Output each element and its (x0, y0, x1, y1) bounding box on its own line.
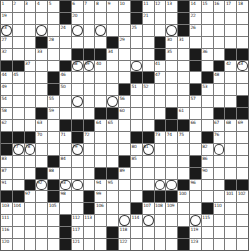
cell-r13c12[interactable]: 80 (131, 144, 142, 155)
cell-r13c16[interactable] (178, 144, 189, 155)
cell-r7c6[interactable]: 46 (60, 72, 71, 83)
cell-r5c15[interactable]: 35 (166, 49, 177, 60)
cell-r11c21[interactable]: 69 (237, 120, 248, 131)
cell-r20c1[interactable]: 116 (1, 227, 12, 238)
cell-r4c7[interactable] (72, 37, 83, 48)
cell-r21c11[interactable]: 122 (119, 239, 130, 250)
cell-r4c18[interactable] (202, 37, 213, 48)
cell-r10c3[interactable] (25, 108, 36, 119)
cell-r10c7[interactable] (72, 108, 83, 119)
cell-r15c20[interactable] (225, 168, 236, 179)
cell-r12c4[interactable]: 70 (36, 132, 47, 143)
cell-r2c10[interactable] (107, 13, 118, 24)
cell-r3c6[interactable]: 24 (60, 25, 71, 36)
cell-r4c5[interactable]: 28 (48, 37, 59, 48)
cell-r8c10[interactable] (107, 84, 118, 95)
cell-r20c8[interactable] (84, 227, 95, 238)
cell-r12c17[interactable] (190, 132, 201, 143)
cell-r9c19[interactable] (214, 96, 225, 107)
cell-r8c12[interactable]: 51 (131, 84, 142, 95)
cell-r13c6[interactable] (60, 144, 71, 155)
cell-r2c13[interactable]: 21 (143, 13, 154, 24)
cell-r5c11[interactable] (119, 49, 130, 60)
cell-r20c4[interactable] (36, 227, 47, 238)
cell-r2c9[interactable] (95, 13, 106, 24)
cell-r3c17[interactable]: 26 (190, 25, 201, 36)
cell-r11c3[interactable] (25, 120, 36, 131)
cell-r12c10[interactable] (107, 132, 118, 143)
cell-r16c8[interactable] (84, 180, 95, 191)
cell-r21c19[interactable] (214, 239, 225, 250)
cell-r15c12[interactable] (131, 168, 142, 179)
cell-r13c18[interactable]: 82 (202, 144, 213, 155)
cell-r9c9[interactable] (95, 96, 106, 107)
cell-r3c3[interactable] (25, 25, 36, 36)
cell-r15c2[interactable] (13, 168, 24, 179)
cell-r16c4[interactable]: 92 (36, 180, 47, 191)
cell-r19c14[interactable] (155, 215, 166, 226)
cell-r9c6[interactable] (60, 96, 71, 107)
cell-r8c2[interactable] (13, 84, 24, 95)
cell-r10c12[interactable] (131, 108, 142, 119)
cell-r15c14[interactable] (155, 168, 166, 179)
cell-r12c5[interactable] (48, 132, 59, 143)
cell-r12c20[interactable] (225, 132, 236, 143)
cell-r6c12[interactable] (131, 61, 142, 72)
cell-r13c11[interactable] (119, 144, 130, 155)
cell-r1c8[interactable]: 7 (84, 1, 95, 12)
cell-r13c17[interactable] (190, 144, 201, 155)
cell-r18c13[interactable]: 107 (143, 203, 154, 214)
cell-r10c17[interactable] (190, 108, 201, 119)
cell-r4c19[interactable] (214, 37, 225, 48)
cell-r20c18[interactable] (202, 227, 213, 238)
cell-r2c5[interactable] (48, 13, 59, 24)
cell-r11c20[interactable]: 68 (225, 120, 236, 131)
cell-r3c21[interactable] (237, 25, 248, 36)
cell-r20c15[interactable] (166, 227, 177, 238)
cell-r15c19[interactable] (214, 168, 225, 179)
cell-r7c8[interactable] (84, 72, 95, 83)
cell-r4c9[interactable] (95, 37, 106, 48)
cell-r14c13[interactable] (143, 156, 154, 167)
cell-r14c12[interactable]: 85 (131, 156, 142, 167)
cell-r16c17[interactable]: 96 (190, 180, 201, 191)
cell-r18c10[interactable] (107, 203, 118, 214)
cell-r10c14[interactable] (155, 108, 166, 119)
cell-r9c7[interactable] (72, 96, 83, 107)
cell-r12c19[interactable]: 76 (214, 132, 225, 143)
cell-r19c13[interactable] (143, 215, 154, 226)
cell-r4c13[interactable] (143, 37, 154, 48)
cell-r8c4[interactable] (36, 84, 47, 95)
cell-r17c7[interactable] (72, 191, 83, 202)
cell-r7c15[interactable] (166, 72, 177, 83)
cell-r6c9[interactable]: 40 (95, 61, 106, 72)
cell-r20c5[interactable] (48, 227, 59, 238)
cell-r2c14[interactable] (155, 13, 166, 24)
cell-r8c7[interactable] (72, 84, 83, 95)
cell-r3c1[interactable]: 23 (1, 25, 12, 36)
cell-r11c11[interactable] (119, 120, 130, 131)
cell-r3c14[interactable] (155, 25, 166, 36)
cell-r4c20[interactable] (225, 37, 236, 48)
cell-r6c20[interactable]: 42 (225, 61, 236, 72)
cell-r1c2[interactable]: 2 (13, 1, 24, 12)
cell-r1c11[interactable]: 10 (119, 1, 130, 12)
cell-r3c12[interactable]: 25 (131, 25, 142, 36)
cell-r9c15[interactable] (166, 96, 177, 107)
cell-r1c9[interactable]: 8 (95, 1, 106, 12)
cell-r2c19[interactable] (214, 13, 225, 24)
cell-r8c6[interactable]: 50 (60, 84, 71, 95)
cell-r5c13[interactable] (143, 49, 154, 60)
cell-r18c1[interactable]: 103 (1, 203, 12, 214)
cell-r3c19[interactable] (214, 25, 225, 36)
cell-r13c4[interactable] (36, 144, 47, 155)
cell-r19c12[interactable]: 114 (131, 215, 142, 226)
cell-r14c19[interactable] (214, 156, 225, 167)
cell-r5c18[interactable]: 36 (202, 49, 213, 60)
cell-r9c14[interactable] (155, 96, 166, 107)
cell-r6c15[interactable] (166, 61, 177, 72)
cell-r11c9[interactable]: 64 (95, 120, 106, 131)
cell-r21c4[interactable] (36, 239, 47, 250)
cell-r12c15[interactable]: 74 (166, 132, 177, 143)
cell-r21c17[interactable]: 123 (190, 239, 201, 250)
cell-r17c10[interactable] (107, 191, 118, 202)
cell-r21c13[interactable] (143, 239, 154, 250)
cell-r14c15[interactable] (166, 156, 177, 167)
cell-r6c3[interactable]: 37 (25, 61, 36, 72)
cell-r15c8[interactable] (84, 168, 95, 179)
cell-r15c15[interactable] (166, 168, 177, 179)
cell-r8c3[interactable] (25, 84, 36, 95)
cell-r2c15[interactable] (166, 13, 177, 24)
cell-r13c7[interactable]: 79 (72, 144, 83, 155)
cell-r8c9[interactable] (95, 84, 106, 95)
cell-r19c11[interactable] (119, 215, 130, 226)
cell-r18c20[interactable] (225, 203, 236, 214)
cell-r4c15[interactable]: 30 (166, 37, 177, 48)
cell-r21c20[interactable] (225, 239, 236, 250)
cell-r20c3[interactable] (25, 227, 36, 238)
cell-r19c17[interactable] (190, 215, 201, 226)
cell-r7c2[interactable]: 45 (13, 72, 24, 83)
cell-r19c5[interactable] (48, 215, 59, 226)
cell-r16c13[interactable] (143, 180, 154, 191)
cell-r19c15[interactable] (166, 215, 177, 226)
cell-r1c17[interactable]: 14 (190, 1, 201, 12)
cell-r13c2[interactable]: 77 (13, 144, 24, 155)
cell-r11c2[interactable] (13, 120, 24, 131)
cell-r4c11[interactable]: 29 (119, 37, 130, 48)
cell-r19c7[interactable]: 112 (72, 215, 83, 226)
cell-r9c16[interactable] (178, 96, 189, 107)
cell-r9c8[interactable] (84, 96, 95, 107)
cell-r13c3[interactable]: 78 (25, 144, 36, 155)
cell-r9c5[interactable]: 55 (48, 96, 59, 107)
cell-r7c1[interactable]: 44 (1, 72, 12, 83)
cell-r3c9[interactable] (95, 25, 106, 36)
cell-r17c3[interactable]: 97 (25, 191, 36, 202)
cell-r7c20[interactable] (225, 72, 236, 83)
cell-r8c16[interactable] (178, 84, 189, 95)
cell-r9c4[interactable] (36, 96, 47, 107)
cell-r15c6[interactable] (60, 168, 71, 179)
cell-r20c14[interactable] (155, 227, 166, 238)
cell-r3c8[interactable] (84, 25, 95, 36)
cell-r18c6[interactable] (60, 203, 71, 214)
cell-r21c3[interactable] (25, 239, 36, 250)
cell-r11c4[interactable]: 63 (36, 120, 47, 131)
cell-r4c17[interactable] (190, 37, 201, 48)
cell-r3c15[interactable] (166, 25, 177, 36)
cell-r3c2[interactable] (13, 25, 24, 36)
cell-r17c19[interactable] (214, 191, 225, 202)
cell-r20c7[interactable]: 117 (72, 227, 83, 238)
cell-r14c3[interactable] (25, 156, 36, 167)
cell-r18c5[interactable]: 105 (48, 203, 59, 214)
cell-r4c8[interactable] (84, 37, 95, 48)
cell-r21c2[interactable] (13, 239, 24, 250)
cell-r9c12[interactable] (131, 96, 142, 107)
cell-r2c7[interactable]: 20 (72, 13, 83, 24)
cell-r5c1[interactable]: 32 (1, 49, 12, 60)
cell-r6c13[interactable] (143, 61, 154, 72)
cell-r6c8[interactable]: 39 (84, 61, 95, 72)
cell-r7c14[interactable]: 47 (155, 72, 166, 83)
cell-r8c18[interactable]: 53 (202, 84, 213, 95)
cell-r20c20[interactable] (225, 227, 236, 238)
cell-r1c7[interactable]: 6 (72, 1, 83, 12)
cell-r1c20[interactable]: 17 (225, 1, 236, 12)
cell-r15c11[interactable]: 89 (119, 168, 130, 179)
cell-r7c9[interactable] (95, 72, 106, 83)
cell-r4c3[interactable] (25, 37, 36, 48)
cell-r10c1[interactable]: 58 (1, 108, 12, 119)
cell-r2c11[interactable] (119, 13, 130, 24)
cell-r14c4[interactable] (36, 156, 47, 167)
cell-r16c7[interactable] (72, 180, 83, 191)
cell-r18c9[interactable]: 106 (95, 203, 106, 214)
cell-r19c9[interactable] (95, 215, 106, 226)
cell-r6c11[interactable] (119, 61, 130, 72)
cell-r20c13[interactable] (143, 227, 154, 238)
cell-r10c2[interactable] (13, 108, 24, 119)
cell-r16c6[interactable]: 93 (60, 180, 71, 191)
cell-r21c15[interactable] (166, 239, 177, 250)
cell-r12c8[interactable]: 72 (84, 132, 95, 143)
cell-r13c15[interactable] (166, 144, 177, 155)
cell-r14c1[interactable]: 83 (1, 156, 12, 167)
cell-r15c13[interactable] (143, 168, 154, 179)
cell-r14c18[interactable]: 86 (202, 156, 213, 167)
cell-r12c6[interactable]: 71 (60, 132, 71, 143)
cell-r9c3[interactable] (25, 96, 36, 107)
cell-r15c16[interactable] (178, 168, 189, 179)
cell-r17c12[interactable] (131, 191, 142, 202)
cell-r18c15[interactable]: 109 (166, 203, 177, 214)
cell-r2c3[interactable] (25, 13, 36, 24)
cell-r13c13[interactable]: 81 (143, 144, 154, 155)
cell-r9c20[interactable] (225, 96, 236, 107)
cell-r11c1[interactable]: 62 (1, 120, 12, 131)
cell-r16c10[interactable]: 95 (107, 180, 118, 191)
cell-r7c11[interactable] (119, 72, 130, 83)
cell-r14c10[interactable] (107, 156, 118, 167)
cell-r14c7[interactable] (72, 156, 83, 167)
cell-r13c19[interactable] (214, 144, 225, 155)
cell-r8c19[interactable] (214, 84, 225, 95)
cell-r5c10[interactable]: 34 (107, 49, 118, 60)
cell-r16c19[interactable] (214, 180, 225, 191)
cell-r6c7[interactable]: 38 (72, 61, 83, 72)
cell-r3c7[interactable] (72, 25, 83, 36)
cell-r20c12[interactable] (131, 227, 142, 238)
cell-r14c16[interactable] (178, 156, 189, 167)
cell-r11c19[interactable]: 67 (214, 120, 225, 131)
cell-r13c9[interactable] (95, 144, 106, 155)
cell-r12c21[interactable] (237, 132, 248, 143)
cell-r20c9[interactable] (95, 227, 106, 238)
cell-r15c7[interactable] (72, 168, 83, 179)
cell-r15c5[interactable]: 88 (48, 168, 59, 179)
cell-r16c2[interactable] (13, 180, 24, 191)
cell-r2c20[interactable] (225, 13, 236, 24)
cell-r14c9[interactable] (95, 156, 106, 167)
cell-r14c8[interactable] (84, 156, 95, 167)
cell-r18c3[interactable] (25, 203, 36, 214)
cell-r21c14[interactable] (155, 239, 166, 250)
cell-r8c21[interactable] (237, 84, 248, 95)
cell-r16c1[interactable]: 91 (1, 180, 12, 191)
cell-r14c21[interactable] (237, 156, 248, 167)
cell-r16c15[interactable] (166, 180, 177, 191)
cell-r20c21[interactable] (237, 227, 248, 238)
cell-r1c5[interactable]: 5 (48, 1, 59, 12)
cell-r1c19[interactable]: 16 (214, 1, 225, 12)
cell-r21c12[interactable] (131, 239, 142, 250)
cell-r3c4[interactable] (36, 25, 47, 36)
cell-r13c20[interactable] (225, 144, 236, 155)
cell-r4c16[interactable]: 31 (178, 37, 189, 48)
cell-r4c2[interactable] (13, 37, 24, 48)
cell-r2c1[interactable]: 19 (1, 13, 12, 24)
cell-r2c8[interactable] (84, 13, 95, 24)
cell-r11c10[interactable]: 65 (107, 120, 118, 131)
cell-r4c6[interactable] (60, 37, 71, 48)
cell-r7c3[interactable] (25, 72, 36, 83)
cell-r14c6[interactable]: 84 (60, 156, 71, 167)
cell-r1c4[interactable]: 4 (36, 1, 47, 12)
cell-r12c11[interactable] (119, 132, 130, 143)
cell-r21c5[interactable] (48, 239, 59, 250)
cell-r6c4[interactable] (36, 61, 47, 72)
cell-r11c5[interactable] (48, 120, 59, 131)
cell-r10c6[interactable] (60, 108, 71, 119)
cell-r19c10[interactable] (107, 215, 118, 226)
cell-r2c21[interactable] (237, 13, 248, 24)
cell-r15c21[interactable] (237, 168, 248, 179)
cell-r1c10[interactable]: 9 (107, 1, 118, 12)
cell-r9c17[interactable]: 57 (190, 96, 201, 107)
cell-r20c2[interactable] (13, 227, 24, 238)
cell-r7c4[interactable] (36, 72, 47, 83)
cell-r16c18[interactable] (202, 180, 213, 191)
cell-r10c11[interactable]: 60 (119, 108, 130, 119)
cell-r13c14[interactable] (155, 144, 166, 155)
cell-r18c2[interactable]: 104 (13, 203, 24, 214)
cell-r2c17[interactable]: 22 (190, 13, 201, 24)
cell-r13c5[interactable] (48, 144, 59, 155)
cell-r19c2[interactable] (13, 215, 24, 226)
cell-r6c10[interactable] (107, 61, 118, 72)
cell-r18c17[interactable] (190, 203, 201, 214)
cell-r16c9[interactable]: 94 (95, 180, 106, 191)
cell-r9c13[interactable] (143, 96, 154, 107)
cell-r4c12[interactable] (131, 37, 142, 48)
cell-r19c8[interactable]: 113 (84, 215, 95, 226)
cell-r20c19[interactable] (214, 227, 225, 238)
cell-r19c18[interactable]: 115 (202, 215, 213, 226)
cell-r1c21[interactable]: 18 (237, 1, 248, 12)
cell-r1c15[interactable]: 13 (166, 1, 177, 12)
cell-r9c1[interactable]: 54 (1, 96, 12, 107)
cell-r3c10[interactable] (107, 25, 118, 36)
cell-r8c8[interactable] (84, 84, 95, 95)
cell-r16c12[interactable] (131, 180, 142, 191)
cell-r18c11[interactable] (119, 203, 130, 214)
cell-r16c14[interactable] (155, 180, 166, 191)
cell-r19c4[interactable] (36, 215, 47, 226)
cell-r7c16[interactable] (178, 72, 189, 83)
cell-r17c17[interactable] (190, 191, 201, 202)
cell-r18c16[interactable] (178, 203, 189, 214)
cell-r17c16[interactable]: 100 (178, 191, 189, 202)
cell-r18c21[interactable] (237, 203, 248, 214)
cell-r11c17[interactable]: 66 (190, 120, 201, 131)
cell-r3c20[interactable] (225, 25, 236, 36)
cell-r17c11[interactable] (119, 191, 130, 202)
cell-r10c8[interactable] (84, 108, 95, 119)
cell-r1c1[interactable]: 1 (1, 1, 12, 12)
cell-r1c14[interactable]: 12 (155, 1, 166, 12)
cell-r5c6[interactable] (60, 49, 71, 60)
cell-r3c11[interactable] (119, 25, 130, 36)
cell-r17c20[interactable]: 101 (225, 191, 236, 202)
cell-r19c3[interactable] (25, 215, 36, 226)
cell-r3c13[interactable] (143, 25, 154, 36)
cell-r10c5[interactable]: 59 (48, 108, 59, 119)
cell-r18c19[interactable]: 110 (214, 203, 225, 214)
cell-r3c5[interactable] (48, 25, 59, 36)
cell-r6c18[interactable] (202, 61, 213, 72)
cell-r6c21[interactable]: 43 (237, 61, 248, 72)
cell-r20c11[interactable]: 118 (119, 227, 130, 238)
cell-r8c13[interactable]: 52 (143, 84, 154, 95)
cell-r17c21[interactable]: 102 (237, 191, 248, 202)
cell-r15c3[interactable] (25, 168, 36, 179)
cell-r13c10[interactable] (107, 144, 118, 155)
cell-r21c7[interactable]: 121 (72, 239, 83, 250)
cell-r10c16[interactable]: 61 (178, 108, 189, 119)
cell-r10c13[interactable] (143, 108, 154, 119)
cell-r14c14[interactable] (155, 156, 166, 167)
cell-r19c1[interactable]: 111 (1, 215, 12, 226)
cell-r9c10[interactable] (107, 96, 118, 107)
cell-r21c1[interactable]: 120 (1, 239, 12, 250)
